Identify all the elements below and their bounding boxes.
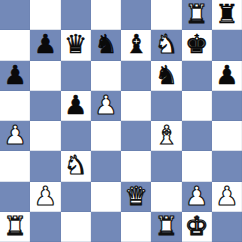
square-f1[interactable]: ♜ [151, 212, 181, 242]
black-pawn[interactable]: ♟ [34, 31, 57, 57]
square-d1[interactable] [91, 212, 121, 242]
square-b8[interactable] [30, 0, 60, 30]
black-pawn[interactable]: ♟ [215, 62, 238, 88]
square-b6[interactable] [30, 61, 60, 91]
square-f7[interactable]: ♞ [151, 30, 181, 60]
square-h5[interactable] [212, 91, 242, 121]
square-a1[interactable]: ♜ [0, 212, 30, 242]
square-c5[interactable]: ♟ [61, 91, 91, 121]
black-knight[interactable]: ♞ [155, 62, 178, 88]
square-e4[interactable] [121, 121, 151, 151]
square-e7[interactable]: ♝ [121, 30, 151, 60]
square-b1[interactable] [30, 212, 60, 242]
black-bishop[interactable]: ♝ [124, 31, 147, 57]
square-c2[interactable] [61, 182, 91, 212]
square-b5[interactable] [30, 91, 60, 121]
white-rook[interactable]: ♜ [185, 1, 208, 27]
square-b2[interactable]: ♟ [30, 182, 60, 212]
square-g5[interactable] [182, 91, 212, 121]
square-d3[interactable] [91, 151, 121, 181]
black-knight[interactable]: ♞ [94, 31, 117, 57]
square-h6[interactable]: ♟ [212, 61, 242, 91]
square-e2[interactable]: ♛ [121, 182, 151, 212]
square-d2[interactable] [91, 182, 121, 212]
square-e8[interactable] [121, 0, 151, 30]
square-d5[interactable]: ♟ [91, 91, 121, 121]
square-h1[interactable] [212, 212, 242, 242]
square-f2[interactable] [151, 182, 181, 212]
white-pawn[interactable]: ♟ [215, 183, 238, 209]
white-king[interactable]: ♚ [185, 213, 208, 239]
square-a2[interactable] [0, 182, 30, 212]
white-knight[interactable]: ♞ [155, 31, 178, 57]
square-b7[interactable]: ♟ [30, 30, 60, 60]
white-bishop[interactable]: ♝ [155, 122, 178, 148]
square-f4[interactable]: ♝ [151, 121, 181, 151]
square-h3[interactable] [212, 151, 242, 181]
square-e6[interactable] [121, 61, 151, 91]
square-g6[interactable] [182, 61, 212, 91]
square-f5[interactable] [151, 91, 181, 121]
white-rook[interactable]: ♜ [3, 213, 26, 239]
square-c7[interactable]: ♛ [61, 30, 91, 60]
square-f8[interactable] [151, 0, 181, 30]
square-g2[interactable]: ♟ [182, 182, 212, 212]
square-c1[interactable] [61, 212, 91, 242]
black-pawn[interactable]: ♟ [64, 92, 87, 118]
square-d8[interactable] [91, 0, 121, 30]
white-pawn[interactable]: ♟ [94, 92, 117, 118]
square-g4[interactable] [182, 121, 212, 151]
black-rook[interactable]: ♜ [215, 1, 238, 27]
chess-board-screenshot: ♜♜♟♛♞♝♞♚♟♞♟♟♟♟♝♞♟♛♟♟♜♜♚ [0, 0, 242, 242]
square-a3[interactable] [0, 151, 30, 181]
white-queen[interactable]: ♛ [124, 183, 147, 209]
white-knight[interactable]: ♞ [64, 152, 87, 178]
black-queen[interactable]: ♛ [64, 31, 87, 57]
square-c6[interactable] [61, 61, 91, 91]
square-b4[interactable] [30, 121, 60, 151]
square-f3[interactable] [151, 151, 181, 181]
white-pawn[interactable]: ♟ [3, 122, 26, 148]
square-d7[interactable]: ♞ [91, 30, 121, 60]
square-e5[interactable] [121, 91, 151, 121]
square-g8[interactable]: ♜ [182, 0, 212, 30]
square-a8[interactable] [0, 0, 30, 30]
square-a7[interactable] [0, 30, 30, 60]
square-d4[interactable] [91, 121, 121, 151]
square-a4[interactable]: ♟ [0, 121, 30, 151]
square-c4[interactable] [61, 121, 91, 151]
square-e1[interactable] [121, 212, 151, 242]
black-king[interactable]: ♚ [185, 31, 208, 57]
square-c3[interactable]: ♞ [61, 151, 91, 181]
square-c8[interactable] [61, 0, 91, 30]
square-d6[interactable] [91, 61, 121, 91]
white-pawn[interactable]: ♟ [34, 183, 57, 209]
square-e3[interactable] [121, 151, 151, 181]
square-g7[interactable]: ♚ [182, 30, 212, 60]
black-pawn[interactable]: ♟ [3, 62, 26, 88]
square-h2[interactable]: ♟ [212, 182, 242, 212]
square-a5[interactable] [0, 91, 30, 121]
chess-board: ♜♜♟♛♞♝♞♚♟♞♟♟♟♟♝♞♟♛♟♟♜♜♚ [0, 0, 242, 242]
white-rook[interactable]: ♜ [155, 213, 178, 239]
square-a6[interactable]: ♟ [0, 61, 30, 91]
square-h4[interactable] [212, 121, 242, 151]
square-f6[interactable]: ♞ [151, 61, 181, 91]
square-g1[interactable]: ♚ [182, 212, 212, 242]
square-h7[interactable] [212, 30, 242, 60]
square-b3[interactable] [30, 151, 60, 181]
square-g3[interactable] [182, 151, 212, 181]
square-h8[interactable]: ♜ [212, 0, 242, 30]
white-pawn[interactable]: ♟ [185, 183, 208, 209]
